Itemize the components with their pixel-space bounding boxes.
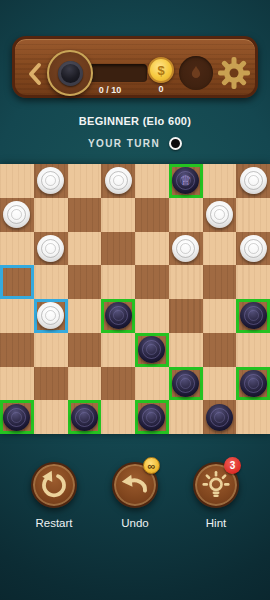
board-cell[interactable]: [34, 400, 68, 434]
board-cell[interactable]: [203, 232, 237, 266]
board-cell[interactable]: [236, 265, 270, 299]
board-cell[interactable]: [169, 265, 203, 299]
checker-white: [172, 235, 199, 262]
checkers-app-screen: 0 / 10 $ 0: [0, 0, 270, 600]
settings-button[interactable]: [216, 55, 252, 91]
checker-black: [138, 336, 165, 363]
checker-black: [240, 370, 267, 397]
level-title: BEGINNER (Elo 600): [0, 115, 270, 127]
checker-black: [71, 404, 98, 431]
board-cell[interactable]: [68, 367, 102, 401]
checker-black: [3, 404, 30, 431]
board-cell[interactable]: [68, 400, 102, 434]
restart-button[interactable]: Restart: [14, 462, 95, 529]
board-cell[interactable]: [0, 367, 34, 401]
board-cell[interactable]: [135, 299, 169, 333]
back-button[interactable]: [25, 61, 45, 87]
board-cell[interactable]: [169, 299, 203, 333]
board-cell[interactable]: [135, 232, 169, 266]
restart-button-circle: [31, 462, 77, 508]
controls-bar: Restart ∞ Undo: [0, 462, 270, 529]
board-cell[interactable]: [34, 367, 68, 401]
board-cell[interactable]: [236, 367, 270, 401]
board-cell[interactable]: [0, 299, 34, 333]
board-cell[interactable]: [169, 333, 203, 367]
checkers-board: ♕: [0, 164, 270, 434]
board-cell[interactable]: [169, 198, 203, 232]
turn-row: YOUR TURN: [0, 137, 270, 150]
board-cell[interactable]: [236, 333, 270, 367]
board-cell[interactable]: [169, 232, 203, 266]
board-cell[interactable]: [203, 367, 237, 401]
board-cell[interactable]: [101, 299, 135, 333]
board-cell[interactable]: [135, 164, 169, 198]
board-cell[interactable]: [0, 164, 34, 198]
board-cell[interactable]: [203, 198, 237, 232]
board-cell[interactable]: [135, 265, 169, 299]
undo-button[interactable]: ∞ Undo: [95, 462, 176, 529]
board-cell[interactable]: [203, 265, 237, 299]
board-cell[interactable]: [101, 265, 135, 299]
checker-black: [240, 302, 267, 329]
board-cell[interactable]: [236, 299, 270, 333]
board-cell[interactable]: ♕: [169, 164, 203, 198]
checker-black: [206, 404, 233, 431]
checker-black: [172, 370, 199, 397]
board-cell[interactable]: [135, 367, 169, 401]
streak-button[interactable]: [179, 56, 213, 90]
board-cell[interactable]: [34, 198, 68, 232]
board-cell[interactable]: [68, 232, 102, 266]
board-cell[interactable]: [236, 400, 270, 434]
checker-white: [240, 235, 267, 262]
checker-black-king: ♕: [172, 167, 199, 194]
board-cell[interactable]: [0, 265, 34, 299]
board-cell[interactable]: [135, 400, 169, 434]
checker-white: [37, 235, 64, 262]
board-cell[interactable]: [169, 400, 203, 434]
undo-label: Undo: [121, 517, 149, 529]
board-cell[interactable]: [68, 333, 102, 367]
black-checker-icon: [58, 61, 83, 86]
board-cell[interactable]: [0, 333, 34, 367]
board-cell[interactable]: [101, 198, 135, 232]
restart-arrow-icon: [39, 470, 69, 500]
board-cell[interactable]: [101, 232, 135, 266]
board-cell[interactable]: [34, 333, 68, 367]
checker-white: [3, 201, 30, 228]
player-piece-badge: [47, 50, 93, 96]
board-cell[interactable]: [203, 164, 237, 198]
board-cell[interactable]: [236, 164, 270, 198]
checker-white: [105, 167, 132, 194]
coin-icon: $: [148, 57, 174, 83]
board-cell[interactable]: [68, 198, 102, 232]
undo-arrow-icon: [120, 470, 150, 500]
progress-bar: [87, 64, 147, 82]
undo-button-circle: ∞: [112, 462, 158, 508]
board-cell[interactable]: [203, 333, 237, 367]
board-cell[interactable]: [236, 198, 270, 232]
board-cell[interactable]: [34, 265, 68, 299]
board-cell[interactable]: [135, 333, 169, 367]
board-cell[interactable]: [34, 232, 68, 266]
board-cell[interactable]: [169, 367, 203, 401]
restart-label: Restart: [35, 517, 72, 529]
board-cell[interactable]: [203, 299, 237, 333]
turn-indicator-black-piece-icon: [169, 137, 182, 150]
board-cell[interactable]: [0, 198, 34, 232]
chevron-left-icon: [27, 62, 43, 86]
checker-black: [105, 302, 132, 329]
checker-white: [240, 167, 267, 194]
board-cell[interactable]: [101, 333, 135, 367]
checker-black: [138, 404, 165, 431]
flame-icon: [187, 64, 205, 82]
board-cell[interactable]: [236, 232, 270, 266]
light-bulb-icon: [201, 470, 231, 500]
board-cell[interactable]: [68, 164, 102, 198]
board-cell[interactable]: [101, 400, 135, 434]
checker-white: [37, 167, 64, 194]
top-bar: 0 / 10 $ 0: [12, 36, 258, 98]
undo-badge: ∞: [143, 457, 160, 474]
board-cell[interactable]: [101, 367, 135, 401]
board-cell[interactable]: [68, 265, 102, 299]
hint-label: Hint: [206, 517, 226, 529]
checker-white: [206, 201, 233, 228]
checker-white: [37, 302, 64, 329]
king-crown-icon: ♕: [172, 167, 199, 194]
board-cell[interactable]: [34, 299, 68, 333]
board-cell[interactable]: [101, 164, 135, 198]
board-cell[interactable]: [135, 198, 169, 232]
hint-badge: 3: [224, 457, 241, 474]
board-cell[interactable]: [0, 400, 34, 434]
gear-icon: [217, 56, 251, 90]
turn-label: YOUR TURN: [88, 138, 160, 149]
board-cell[interactable]: [34, 164, 68, 198]
board-cell[interactable]: [0, 232, 34, 266]
hint-button-circle: 3: [193, 462, 239, 508]
hint-button[interactable]: 3 Hint: [176, 462, 257, 529]
board-cell[interactable]: [68, 299, 102, 333]
coin-count: 0: [141, 84, 181, 94]
board-cell[interactable]: [203, 400, 237, 434]
